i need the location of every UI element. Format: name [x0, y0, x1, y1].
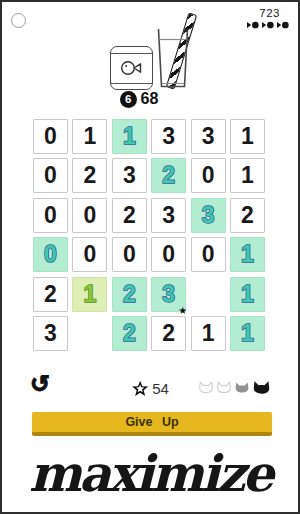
cell-digit: 0: [123, 243, 136, 266]
cell-digit: 0: [202, 164, 215, 187]
cat-icon-2[interactable]: [217, 381, 231, 394]
cell-digit: 0: [44, 164, 57, 187]
grid-cell-r4c4[interactable]: 0: [151, 237, 186, 272]
level-badge: 6: [120, 91, 137, 108]
cell-digit: 0: [44, 243, 57, 266]
fish-icon: [277, 21, 290, 29]
cell-digit: 2: [83, 164, 96, 187]
cell-digit: 0: [44, 125, 57, 148]
cell-digit: 1: [241, 322, 254, 345]
cell-digit: 1: [241, 164, 254, 187]
grid-cell-r2c6[interactable]: 1: [230, 158, 265, 193]
grid-cell-r5c1[interactable]: 2: [33, 277, 68, 312]
cell-digit: 2: [162, 322, 175, 345]
app-screen: 723 6 68 0113310232010023320000012123★13…: [0, 0, 300, 514]
stage-info: 6 68: [0, 90, 287, 108]
grid-cell-r3c3[interactable]: 2: [112, 198, 147, 233]
grid-cell-r3c1[interactable]: 0: [33, 198, 68, 233]
cell-digit: 0: [202, 243, 215, 266]
fish-icon: [262, 21, 275, 29]
cell-digit: 1: [202, 322, 215, 345]
grid-cell-r6c6[interactable]: 1: [230, 316, 265, 351]
grid-cell-r1c4[interactable]: 3: [151, 119, 186, 154]
grid-cell-r2c3[interactable]: 3: [112, 158, 147, 193]
grid-cell-r2c1[interactable]: 0: [33, 158, 68, 193]
fish-icon: [247, 21, 260, 29]
give-up-button[interactable]: Give Up: [32, 412, 272, 436]
grid-cell-r5c4[interactable]: 3★: [151, 277, 186, 312]
cell-digit: 3: [202, 204, 215, 227]
cat-icon-3[interactable]: [235, 381, 249, 394]
grid-cell-r4c1[interactable]: 0: [33, 237, 68, 272]
fish-counter: 723: [247, 7, 290, 29]
cell-digit: 3: [123, 164, 136, 187]
grid-cell-r2c5[interactable]: 0: [191, 158, 226, 193]
cell-digit: 0: [44, 204, 57, 227]
cell-digit: 3: [44, 322, 57, 345]
grid-cell-r4c6[interactable]: 1: [230, 237, 265, 272]
grid-cell-r4c3[interactable]: 0: [112, 237, 147, 272]
grid-cell-r4c5[interactable]: 0: [191, 237, 226, 272]
grid-cell-r6c3[interactable]: 2: [112, 316, 147, 351]
grid-cell-r6c1[interactable]: 3: [33, 316, 68, 351]
fish-icon: [118, 60, 145, 76]
grid-cell-r6c4[interactable]: 2: [151, 316, 186, 351]
grid-cell-r1c5[interactable]: 3: [191, 119, 226, 154]
grid-cell-r6c5[interactable]: 1: [191, 316, 226, 351]
grid-cell-r3c6[interactable]: 2: [230, 198, 265, 233]
cell-digit: 1: [241, 243, 254, 266]
grid-cell-r1c1[interactable]: 0: [33, 119, 68, 154]
star-icon: [131, 379, 149, 398]
cell-digit: 3: [162, 283, 175, 306]
score-group: 54: [131, 379, 169, 398]
grid-cell-r3c4[interactable]: 3: [151, 198, 186, 233]
stage-score: 68: [141, 90, 159, 108]
grid-cell-r1c3[interactable]: 1: [112, 119, 147, 154]
logo: maximize: [2, 446, 298, 501]
star-marker: ★: [178, 306, 187, 316]
cell-digit: 2: [44, 283, 57, 306]
cell-digit: 2: [162, 164, 175, 187]
aquarium-card: [110, 46, 153, 90]
cell-digit: 1: [241, 283, 254, 306]
score-value: 54: [152, 380, 169, 397]
grid-cell-r2c2[interactable]: 2: [72, 158, 107, 193]
cell-digit: 0: [162, 243, 175, 266]
grid-cell-r1c2[interactable]: 1: [72, 119, 107, 154]
cell-digit: 3: [162, 204, 175, 227]
cat-icon-1[interactable]: [199, 381, 213, 394]
cell-digit: 1: [241, 125, 254, 148]
grid: 0113310232010023320000012123★132211: [33, 119, 265, 351]
fish-counter-value: 723: [259, 7, 280, 19]
grid-cell-r3c5[interactable]: 3: [191, 198, 226, 233]
grid-cell-r4c2[interactable]: 0: [72, 237, 107, 272]
cell-digit: 0: [83, 204, 96, 227]
cell-digit: 3: [202, 125, 215, 148]
grid-cell-r5c6[interactable]: 1: [230, 277, 265, 312]
undo-icon[interactable]: ↺: [30, 372, 50, 396]
circle-icon[interactable]: [11, 13, 26, 28]
cell-digit: 2: [241, 204, 254, 227]
cell-digit: 2: [123, 283, 136, 306]
cat-icon-4[interactable]: [253, 380, 270, 395]
cell-digit: 0: [83, 243, 96, 266]
grid-cell-r2c4[interactable]: 2: [151, 158, 186, 193]
cell-digit: 2: [123, 204, 136, 227]
glass-icon: [156, 27, 190, 89]
cell-digit: 1: [83, 125, 96, 148]
grid-cell-r5c2[interactable]: 1: [72, 277, 107, 312]
cell-digit: 1: [83, 283, 96, 306]
cell-digit: 3: [162, 125, 175, 148]
grid-cell-r1c6[interactable]: 1: [230, 119, 265, 154]
cell-digit: 2: [123, 322, 136, 345]
cell-digit: 1: [123, 125, 136, 148]
fish-counter-icons: [247, 21, 290, 29]
grid-cell-r3c2[interactable]: 0: [72, 198, 107, 233]
opponent-icons: [199, 380, 270, 395]
grid-cell-r5c3[interactable]: 2: [112, 277, 147, 312]
